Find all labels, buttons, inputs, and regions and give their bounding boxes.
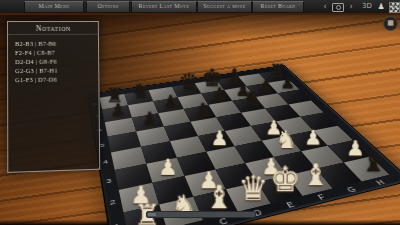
board-theme-icon[interactable] — [389, 2, 400, 13]
black-bishop-h1[interactable]: ♝ — [358, 137, 391, 176]
scrollbar-thumb[interactable] — [148, 213, 156, 216]
suggest-move-button[interactable]: Suggest a move — [197, 1, 252, 13]
main-menu-button[interactable]: Main Menu — [24, 1, 84, 13]
black-pawn-b6[interactable]: ♟ — [136, 94, 164, 128]
3d-mode-toggle[interactable]: 3D — [360, 1, 374, 12]
toolbar: Main Menu Options Revert Last Move Sugge… — [0, 0, 400, 15]
white-rook-a1[interactable]: ♜ — [128, 185, 166, 225]
piece-set-icon[interactable]: ♟ — [376, 1, 386, 12]
notation-panel: Notation B2-B3 | B7-B6 F2-F4 | C8-B7 D2-… — [7, 21, 100, 173]
camera-next-icon[interactable]: › — [347, 1, 355, 12]
options-button[interactable]: Options — [86, 1, 130, 13]
history-scrollbar[interactable] — [146, 211, 256, 218]
chess-board: ABCDEFGH87654321♜♞♛♚♝♜♟♟♟♟♟♟♟♟♞♟♟♟♞♟♟♟♟♟… — [87, 65, 400, 225]
white-pawn-d4[interactable]: ♟ — [205, 111, 235, 147]
camera-icon[interactable] — [332, 3, 344, 12]
white-bishop-f1[interactable]: ♝ — [299, 149, 333, 190]
white-pawn-g3[interactable]: ♟ — [298, 111, 328, 147]
white-bishop-c1[interactable]: ♝ — [201, 169, 237, 213]
white-queen-d1[interactable]: ♛ — [235, 162, 270, 205]
game-scene: ABCDEFGH87654321♜♞♛♚♝♜♟♟♟♟♟♟♟♟♞♟♟♟♞♟♟♟♟♟… — [0, 0, 400, 225]
black-pawn-a7[interactable]: ♟ — [105, 86, 132, 118]
notation-move: G1-F3 | D7-D6 — [15, 74, 98, 84]
revert-last-move-button[interactable]: Revert Last Move — [131, 1, 197, 13]
reset-board-button[interactable]: Reset Board — [252, 1, 304, 13]
camera-prev-icon[interactable]: ‹ — [321, 1, 329, 12]
white-king-e1[interactable]: ♚ — [268, 155, 303, 197]
book-icon[interactable]: ▦ — [383, 16, 398, 31]
notation-title: Notation — [8, 24, 98, 35]
black-pawn-h7[interactable]: ♟ — [276, 61, 300, 90]
notation-move-list: B2-B3 | B7-B6 F2-F4 | C8-B7 D2-D4 | G8-F… — [8, 35, 98, 85]
